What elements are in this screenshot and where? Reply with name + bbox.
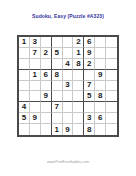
cell-r8c3[interactable] [41, 113, 52, 124]
cell-r2c6: 1 [73, 48, 84, 59]
cell-r1c6: 2 [73, 37, 84, 48]
cell-r6c2[interactable] [30, 91, 41, 102]
cell-r2c2: 7 [30, 48, 41, 59]
cell-r7c5[interactable] [63, 102, 74, 113]
cell-r2c7: 9 [84, 48, 95, 59]
cell-r3c3[interactable] [41, 59, 52, 70]
page-title: Sudoku, Easy (Puzzle #A323) [0, 13, 136, 19]
cell-r3c8[interactable] [95, 59, 106, 70]
sudoku-page: Sudoku, Easy (Puzzle #A323) 132672519482… [0, 0, 136, 176]
cell-r6c4[interactable] [52, 91, 63, 102]
cell-r3c9[interactable] [106, 59, 117, 70]
cell-r9c1[interactable] [19, 124, 30, 135]
cell-r1c5[interactable] [63, 37, 74, 48]
cell-r5c3[interactable] [41, 81, 52, 92]
cell-r6c7: 5 [84, 91, 95, 102]
cell-r4c2: 1 [30, 70, 41, 81]
cell-r9c8[interactable] [95, 124, 106, 135]
cell-r6c1[interactable] [19, 91, 30, 102]
cell-r8c7: 3 [84, 113, 95, 124]
cell-r7c8[interactable] [95, 102, 106, 113]
cell-r7c2[interactable] [30, 102, 41, 113]
cell-r3c6: 8 [73, 59, 84, 70]
cell-r8c1: 5 [19, 113, 30, 124]
cell-r4c4: 8 [52, 70, 63, 81]
cell-r9c3[interactable] [41, 124, 52, 135]
cell-r2c5[interactable] [63, 48, 74, 59]
cell-r3c5: 4 [63, 59, 74, 70]
cell-r8c8: 6 [95, 113, 106, 124]
cell-r1c7: 6 [84, 37, 95, 48]
cell-r2c9[interactable] [106, 48, 117, 59]
cell-r6c3: 9 [41, 91, 52, 102]
cell-r4c5[interactable] [63, 70, 74, 81]
cell-r3c2[interactable] [30, 59, 41, 70]
cell-r9c4: 1 [52, 124, 63, 135]
cell-r2c4: 5 [52, 48, 63, 59]
cell-r5c1[interactable] [19, 81, 30, 92]
cell-r3c4[interactable] [52, 59, 63, 70]
cell-r9c7: 8 [84, 124, 95, 135]
cell-r8c5[interactable] [63, 113, 74, 124]
cell-r1c1: 1 [19, 37, 30, 48]
cell-r2c1[interactable] [19, 48, 30, 59]
cell-r1c9[interactable] [106, 37, 117, 48]
cell-r6c9[interactable] [106, 91, 117, 102]
cell-r6c6[interactable] [73, 91, 84, 102]
cell-r5c7: 7 [84, 81, 95, 92]
cell-r6c8: 8 [95, 91, 106, 102]
cell-r9c6[interactable] [73, 124, 84, 135]
cell-r7c1: 4 [19, 102, 30, 113]
cell-r1c4[interactable] [52, 37, 63, 48]
cell-r9c9[interactable] [106, 124, 117, 135]
cell-r6c5[interactable] [63, 91, 74, 102]
cell-r7c3[interactable] [41, 102, 52, 113]
cell-r1c3[interactable] [41, 37, 52, 48]
cell-r8c6[interactable] [73, 113, 84, 124]
cell-r8c2: 9 [30, 113, 41, 124]
cell-r8c4[interactable] [52, 113, 63, 124]
cell-r4c9[interactable] [106, 70, 117, 81]
cell-r5c4[interactable] [52, 81, 63, 92]
cell-r5c9[interactable] [106, 81, 117, 92]
cell-r5c5: 3 [63, 81, 74, 92]
cell-r2c8[interactable] [95, 48, 106, 59]
cell-r5c2[interactable] [30, 81, 41, 92]
cell-r1c2: 3 [30, 37, 41, 48]
cell-r5c6[interactable] [73, 81, 84, 92]
footer-url: www.PrintFreeSudoku.com [0, 160, 136, 164]
cell-r4c1[interactable] [19, 70, 30, 81]
cell-r9c5: 9 [63, 124, 74, 135]
cell-r3c1[interactable] [19, 59, 30, 70]
cell-r4c7[interactable] [84, 70, 95, 81]
sudoku-board: 132672519482168937958475936198 [17, 35, 119, 137]
cell-r7c6[interactable] [73, 102, 84, 113]
cell-r9c2[interactable] [30, 124, 41, 135]
cell-r5c8[interactable] [95, 81, 106, 92]
cell-r7c9[interactable] [106, 102, 117, 113]
cell-r4c8: 9 [95, 70, 106, 81]
cell-r3c7: 2 [84, 59, 95, 70]
cell-r2c3: 2 [41, 48, 52, 59]
cell-r4c6[interactable] [73, 70, 84, 81]
cell-r4c3: 6 [41, 70, 52, 81]
cell-r7c4: 7 [52, 102, 63, 113]
cell-r1c8[interactable] [95, 37, 106, 48]
cell-r8c9[interactable] [106, 113, 117, 124]
cell-r7c7[interactable] [84, 102, 95, 113]
